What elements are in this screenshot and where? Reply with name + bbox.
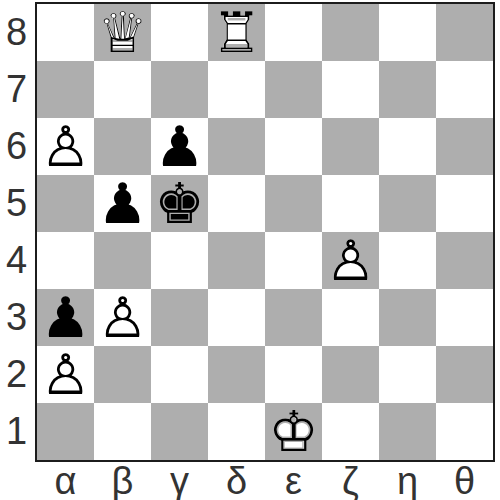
square-a8 [37,4,94,61]
square-h6 [436,118,493,175]
square-h8 [436,4,493,61]
white-pawn-outline-glyph: ♙ [94,289,151,346]
file-label-c: γ [151,462,208,500]
file-label-h: θ [436,462,493,500]
black-pawn-glyph: ♟ [94,175,151,232]
square-c1 [151,403,208,460]
square-e2 [265,346,322,403]
square-d5 [208,175,265,232]
black-pawn-glyph: ♟ [151,118,208,175]
square-d1 [208,403,265,460]
rank-label-4: 4 [0,232,33,289]
square-g8 [379,4,436,61]
square-b4 [94,232,151,289]
square-f7 [322,61,379,118]
square-h4 [436,232,493,289]
square-g6 [379,118,436,175]
square-d8: ♜♖ [208,4,265,61]
square-e5 [265,175,322,232]
square-d4 [208,232,265,289]
square-g5 [379,175,436,232]
square-b7 [94,61,151,118]
square-d2 [208,346,265,403]
piece-black-pawn-a3: ♟ [37,289,94,346]
piece-white-pawn-b3: ♟♙ [94,289,151,346]
square-e1: ♚♔ [265,403,322,460]
square-f3 [322,289,379,346]
square-f4: ♟♙ [322,232,379,289]
piece-white-king-e1: ♚♔ [265,403,322,460]
square-h2 [436,346,493,403]
file-label-g: η [379,462,436,500]
square-e7 [265,61,322,118]
square-a5 [37,175,94,232]
rank-label-7: 7 [0,61,33,118]
square-d7 [208,61,265,118]
square-f1 [322,403,379,460]
square-a1 [37,403,94,460]
square-f8 [322,4,379,61]
square-g1 [379,403,436,460]
white-pawn-outline-glyph: ♙ [37,118,94,175]
rank-labels: 87654321 [0,4,33,460]
piece-black-pawn-b5: ♟ [94,175,151,232]
file-labels: αβγδεζηθ [37,462,493,500]
file-label-a: α [37,462,94,500]
white-queen-outline-glyph: ♕ [94,4,151,61]
file-label-f: ζ [322,462,379,500]
square-g7 [379,61,436,118]
file-label-b: β [94,462,151,500]
square-a7 [37,61,94,118]
rank-label-6: 6 [0,118,33,175]
white-king-outline-glyph: ♔ [265,403,322,460]
piece-black-pawn-c6: ♟ [151,118,208,175]
chess-diagram: 87654321 ♛♕♜♖♟♙♟♟♚♟♙♟♟♙♟♙♚♔ αβγδεζηθ [0,0,500,500]
white-pawn-outline-glyph: ♙ [322,232,379,289]
rank-label-2: 2 [0,346,33,403]
square-h3 [436,289,493,346]
square-h1 [436,403,493,460]
square-a4 [37,232,94,289]
square-e4 [265,232,322,289]
square-a3: ♟ [37,289,94,346]
piece-white-pawn-f4: ♟♙ [322,232,379,289]
white-rook-outline-glyph: ♖ [208,4,265,61]
white-pawn-outline-glyph: ♙ [37,346,94,403]
square-c8 [151,4,208,61]
square-b5: ♟ [94,175,151,232]
square-c4 [151,232,208,289]
square-c7 [151,61,208,118]
square-b3: ♟♙ [94,289,151,346]
square-a6: ♟♙ [37,118,94,175]
square-a2: ♟♙ [37,346,94,403]
square-h7 [436,61,493,118]
square-e8 [265,4,322,61]
square-f2 [322,346,379,403]
square-f6 [322,118,379,175]
square-b2 [94,346,151,403]
square-b6 [94,118,151,175]
piece-white-queen-b8: ♛♕ [94,4,151,61]
square-f5 [322,175,379,232]
piece-white-pawn-a2: ♟♙ [37,346,94,403]
piece-white-pawn-a6: ♟♙ [37,118,94,175]
square-c5: ♚ [151,175,208,232]
rank-label-5: 5 [0,175,33,232]
square-d3 [208,289,265,346]
square-d6 [208,118,265,175]
rank-label-1: 1 [0,403,33,460]
square-b1 [94,403,151,460]
rank-label-8: 8 [0,4,33,61]
square-c6: ♟ [151,118,208,175]
square-g4 [379,232,436,289]
piece-black-king-c5: ♚ [151,175,208,232]
chess-board: ♛♕♜♖♟♙♟♟♚♟♙♟♟♙♟♙♚♔ [35,2,495,462]
square-h5 [436,175,493,232]
file-label-d: δ [208,462,265,500]
square-e3 [265,289,322,346]
square-g3 [379,289,436,346]
rank-label-3: 3 [0,289,33,346]
square-g2 [379,346,436,403]
black-pawn-glyph: ♟ [37,289,94,346]
piece-white-rook-d8: ♜♖ [208,4,265,61]
black-king-glyph: ♚ [151,175,208,232]
file-label-e: ε [265,462,322,500]
square-c3 [151,289,208,346]
square-b8: ♛♕ [94,4,151,61]
square-c2 [151,346,208,403]
square-e6 [265,118,322,175]
